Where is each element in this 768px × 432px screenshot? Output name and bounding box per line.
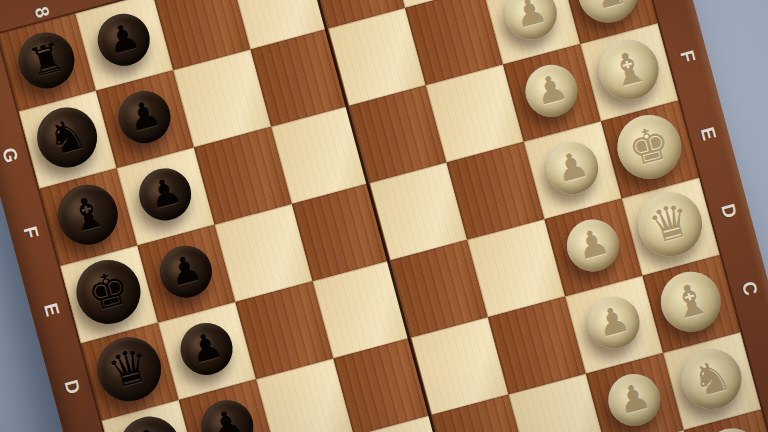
pawn-glyph: ♟ — [572, 223, 612, 266]
black-pawn-g7[interactable]: ♟ — [113, 85, 177, 149]
pawn-glyph: ♟ — [593, 300, 633, 343]
chess-board: ♜♟♟♜♞♟♟♞♝♟♟♝♚♟♟♚♛♟♟♛♝♟♟♝♞♟♟♞♜♟♟♜ GFEDFED… — [0, 0, 768, 432]
file-label-left-F: F — [18, 224, 42, 241]
king-glyph: ♚ — [82, 263, 134, 318]
knight-glyph: ♞ — [43, 111, 91, 163]
black-pawn-d7[interactable]: ♟ — [175, 317, 239, 381]
bishop-glyph: ♝ — [666, 275, 714, 327]
white-king-e1[interactable]: ♚ — [610, 108, 688, 186]
knight-glyph: ♞ — [584, 0, 632, 17]
black-rook-h8[interactable]: ♜ — [12, 26, 81, 95]
pawn-glyph: ♟ — [552, 146, 592, 189]
black-bishop-f8[interactable]: ♝ — [51, 178, 124, 251]
white-pawn-f2[interactable]: ♟ — [520, 59, 584, 123]
white-pawn-c2[interactable]: ♟ — [582, 291, 646, 355]
pawn-glyph: ♟ — [614, 377, 654, 420]
black-knight-g8[interactable]: ♞ — [30, 101, 103, 174]
knight-glyph: ♞ — [687, 352, 735, 404]
black-queen-d8[interactable]: ♛ — [90, 330, 168, 408]
black-king-e8[interactable]: ♚ — [69, 253, 147, 331]
black-pawn-c7[interactable]: ♟ — [195, 394, 259, 432]
white-pawn-b2[interactable]: ♟ — [602, 368, 666, 432]
pawn-glyph: ♟ — [531, 68, 571, 111]
white-bishop-c1[interactable]: ♝ — [654, 265, 727, 338]
pawn-glyph: ♟ — [186, 326, 226, 369]
file-label-right-D: D — [716, 202, 741, 221]
black-pawn-h7[interactable]: ♟ — [92, 8, 156, 72]
black-pawn-f7[interactable]: ♟ — [133, 163, 197, 227]
rank-label-top-8: 8 — [30, 4, 54, 20]
bishop-glyph: ♝ — [125, 420, 173, 432]
white-pawn-g2[interactable]: ♟ — [499, 0, 563, 45]
file-label-right-C: C — [737, 279, 762, 298]
rook-glyph: ♜ — [24, 36, 68, 83]
queen-glyph: ♛ — [644, 196, 696, 251]
file-label-left-D: D — [59, 378, 84, 397]
white-knight-b1[interactable]: ♞ — [675, 342, 748, 415]
queen-glyph: ♛ — [103, 341, 155, 396]
bishop-glyph: ♝ — [604, 43, 652, 95]
pawn-glyph: ♟ — [145, 172, 185, 215]
white-queen-d1[interactable]: ♛ — [631, 185, 709, 263]
bishop-glyph: ♝ — [63, 188, 111, 240]
pawn-glyph: ♟ — [124, 95, 164, 138]
pawn-glyph: ♟ — [207, 404, 247, 432]
white-rook-a1[interactable]: ♜ — [698, 422, 767, 432]
file-label-left-E: E — [39, 301, 64, 319]
file-label-right-F: F — [675, 48, 699, 65]
king-glyph: ♚ — [623, 118, 675, 173]
pawn-glyph: ♟ — [165, 249, 205, 292]
file-label-left-G: G — [0, 145, 22, 165]
white-pawn-d2[interactable]: ♟ — [561, 214, 625, 278]
pawn-glyph: ♟ — [103, 17, 143, 60]
black-pawn-e7[interactable]: ♟ — [154, 240, 218, 304]
pawn-glyph: ♟ — [510, 0, 550, 34]
playfield-grid: ♜♟♟♜♞♟♟♞♝♟♟♝♚♟♟♚♛♟♟♛♝♟♟♝♞♟♟♞♜♟♟♜ — [0, 0, 768, 432]
photo-background: ♜♟♟♜♞♟♟♞♝♟♟♝♚♟♟♚♛♟♟♛♝♟♟♝♞♟♟♞♜♟♟♜ GFEDFED… — [0, 0, 768, 432]
white-pawn-e2[interactable]: ♟ — [540, 136, 604, 200]
white-bishop-f1[interactable]: ♝ — [592, 33, 665, 106]
white-knight-g1[interactable]: ♞ — [571, 0, 644, 29]
file-label-right-E: E — [696, 125, 721, 143]
